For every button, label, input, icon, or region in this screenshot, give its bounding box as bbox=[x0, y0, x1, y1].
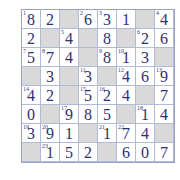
cell-digit: 3 bbox=[79, 68, 97, 85]
cell-digit: 2 bbox=[98, 87, 116, 104]
grid-cell-r4c1[interactable]: 2 bbox=[41, 86, 60, 105]
grid-cell-r2c0[interactable]: 75 bbox=[22, 48, 41, 67]
grid-cell-r2c5[interactable]: 101 bbox=[117, 48, 136, 67]
cell-digit: 4 bbox=[22, 87, 40, 104]
grid-cell-r6c2[interactable]: 1 bbox=[60, 124, 79, 143]
cell-digit: 1 bbox=[117, 11, 135, 28]
grid-cell-r3c6[interactable]: 6 bbox=[136, 67, 155, 86]
grid-cell-r5c4[interactable]: 5 bbox=[98, 105, 117, 124]
grid-cell-r6c6[interactable]: 4 bbox=[136, 124, 155, 143]
grid-cell-r5c3[interactable]: 8 bbox=[79, 105, 98, 124]
grid-cell-r7c2[interactable]: 5 bbox=[60, 143, 79, 162]
cell-digit: 0 bbox=[136, 144, 154, 161]
cell-digit: 2 bbox=[22, 30, 40, 47]
grid-cell-r5c2[interactable]: 179 bbox=[60, 105, 79, 124]
cell-digit: 8 bbox=[98, 30, 116, 47]
block-cell-r0c6 bbox=[136, 10, 155, 29]
cell-digit: 8 bbox=[22, 11, 40, 28]
block-cell-r3c4 bbox=[98, 67, 117, 86]
grid-cell-r0c4[interactable]: 33 bbox=[98, 10, 117, 29]
grid-cell-r0c1[interactable]: 2 bbox=[41, 10, 60, 29]
grid-cell-r6c1[interactable]: 209 bbox=[41, 124, 60, 143]
cell-digit: 3 bbox=[136, 49, 154, 66]
grid-cell-r4c7[interactable]: 7 bbox=[155, 86, 174, 105]
cell-digit: 1 bbox=[41, 144, 59, 161]
cell-digit: 1 bbox=[136, 106, 154, 123]
cell-digit: 8 bbox=[98, 49, 116, 66]
grid-cell-r1c0[interactable]: 2 bbox=[22, 29, 41, 48]
cell-digit: 1 bbox=[60, 125, 78, 142]
cell-digit: 5 bbox=[79, 87, 97, 104]
puzzle-page: 1822633144254862675874981013311312461391… bbox=[0, 0, 180, 180]
block-cell-r6c7 bbox=[155, 124, 174, 143]
cell-digit: 7 bbox=[41, 49, 59, 66]
grid-cell-r7c3[interactable]: 2 bbox=[79, 143, 98, 162]
grid-cell-r5c6[interactable]: 181 bbox=[136, 105, 155, 124]
cell-digit: 6 bbox=[155, 30, 173, 47]
grid-cell-r6c0[interactable]: 193 bbox=[22, 124, 41, 143]
cell-digit: 4 bbox=[60, 30, 78, 47]
cell-digit: 7 bbox=[155, 144, 173, 161]
cell-digit: 6 bbox=[136, 68, 154, 85]
cell-digit: 2 bbox=[136, 30, 154, 47]
grid-cell-r3c1[interactable]: 3 bbox=[41, 67, 60, 86]
cell-digit: 4 bbox=[155, 11, 173, 28]
block-cell-r7c4 bbox=[98, 143, 117, 162]
cell-digit: 7 bbox=[117, 125, 135, 142]
grid-cell-r6c5[interactable]: 227 bbox=[117, 124, 136, 143]
block-cell-r1c1 bbox=[41, 29, 60, 48]
cell-digit: 8 bbox=[79, 106, 97, 123]
block-cell-r1c3 bbox=[79, 29, 98, 48]
cell-digit: 9 bbox=[41, 125, 59, 142]
grid-cell-r3c3[interactable]: 113 bbox=[79, 67, 98, 86]
cell-digit: 3 bbox=[41, 68, 59, 85]
grid-cell-r7c7[interactable]: 7 bbox=[155, 143, 174, 162]
block-cell-r5c5 bbox=[117, 105, 136, 124]
block-cell-r2c3 bbox=[79, 48, 98, 67]
cell-digit: 2 bbox=[41, 11, 59, 28]
grid-cell-r7c5[interactable]: 6 bbox=[117, 143, 136, 162]
cell-digit: 5 bbox=[22, 49, 40, 66]
cell-digit: 7 bbox=[155, 87, 173, 104]
cell-digit: 4 bbox=[60, 49, 78, 66]
grid-cell-r5c0[interactable]: 0 bbox=[22, 105, 41, 124]
block-cell-r2c7 bbox=[155, 48, 174, 67]
grid-cell-r2c1[interactable]: 87 bbox=[41, 48, 60, 67]
cell-digit: 2 bbox=[41, 87, 59, 104]
cell-digit: 2 bbox=[79, 144, 97, 161]
block-cell-r4c2 bbox=[60, 86, 79, 105]
cell-digit: 9 bbox=[155, 68, 173, 85]
grid-cell-r3c5[interactable]: 124 bbox=[117, 67, 136, 86]
grid-cell-r1c2[interactable]: 54 bbox=[60, 29, 79, 48]
cell-digit: 3 bbox=[22, 125, 40, 142]
grid-cell-r4c5[interactable]: 4 bbox=[117, 86, 136, 105]
grid-cell-r0c0[interactable]: 18 bbox=[22, 10, 41, 29]
grid-cell-r7c1[interactable]: 231 bbox=[41, 143, 60, 162]
cell-digit: 4 bbox=[155, 106, 173, 123]
cell-digit: 1 bbox=[98, 125, 116, 142]
cell-digit: 4 bbox=[136, 125, 154, 142]
cell-digit: 1 bbox=[117, 49, 135, 66]
grid-cell-r5c7[interactable]: 4 bbox=[155, 105, 174, 124]
grid-cell-r0c3[interactable]: 26 bbox=[79, 10, 98, 29]
cell-digit: 9 bbox=[60, 106, 78, 123]
block-cell-r6c3 bbox=[79, 124, 98, 143]
cell-digit: 5 bbox=[98, 106, 116, 123]
grid-cell-r1c7[interactable]: 6 bbox=[155, 29, 174, 48]
block-cell-r3c0 bbox=[22, 67, 41, 86]
cell-digit: 6 bbox=[79, 11, 97, 28]
block-cell-r1c5 bbox=[117, 29, 136, 48]
grid-cell-r3c7[interactable]: 139 bbox=[155, 67, 174, 86]
grid-cell-r4c4[interactable]: 162 bbox=[98, 86, 117, 105]
grid-cell-r1c4[interactable]: 8 bbox=[98, 29, 117, 48]
cell-digit: 6 bbox=[117, 144, 135, 161]
cell-digit: 4 bbox=[117, 68, 135, 85]
cell-digit: 3 bbox=[98, 11, 116, 28]
grid-cell-r1c6[interactable]: 62 bbox=[136, 29, 155, 48]
block-cell-r3c2 bbox=[60, 67, 79, 86]
grid-cell-r2c2[interactable]: 4 bbox=[60, 48, 79, 67]
grid-cell-r4c0[interactable]: 144 bbox=[22, 86, 41, 105]
grid-cell-r4c3[interactable]: 155 bbox=[79, 86, 98, 105]
cell-digit: 0 bbox=[22, 106, 40, 123]
grid-cell-r2c6[interactable]: 3 bbox=[136, 48, 155, 67]
block-cell-r0c2 bbox=[60, 10, 79, 29]
grid-cell-r7c6[interactable]: 0 bbox=[136, 143, 155, 162]
block-cell-r4c6 bbox=[136, 86, 155, 105]
block-cell-r5c1 bbox=[41, 105, 60, 124]
grid-cell-r6c4[interactable]: 211 bbox=[98, 124, 117, 143]
grid-cell-r0c5[interactable]: 1 bbox=[117, 10, 136, 29]
cell-digit: 5 bbox=[60, 144, 78, 161]
grid-cell-r0c7[interactable]: 44 bbox=[155, 10, 174, 29]
puzzle-board: 1822633144254862675874981013311312461391… bbox=[21, 9, 175, 163]
block-cell-r7c0 bbox=[22, 143, 41, 162]
grid-cell-r2c4[interactable]: 98 bbox=[98, 48, 117, 67]
cell-digit: 4 bbox=[117, 87, 135, 104]
